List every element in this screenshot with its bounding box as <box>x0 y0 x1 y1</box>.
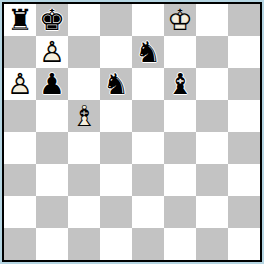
square-f4[interactable] <box>164 132 196 164</box>
black-pawn: ♟ <box>36 68 68 100</box>
square-a4[interactable] <box>4 132 36 164</box>
square-g3[interactable] <box>196 164 228 196</box>
square-e4[interactable] <box>132 132 164 164</box>
square-h3[interactable] <box>228 164 260 196</box>
square-g1[interactable] <box>196 228 228 260</box>
square-d6[interactable]: ♞ <box>100 68 132 100</box>
square-f3[interactable] <box>164 164 196 196</box>
square-f8[interactable]: ♚♔ <box>164 4 196 36</box>
square-h2[interactable] <box>228 196 260 228</box>
white-king-outline: ♔ <box>164 4 196 36</box>
square-e3[interactable] <box>132 164 164 196</box>
square-f5[interactable] <box>164 100 196 132</box>
square-b6[interactable]: ♟ <box>36 68 68 100</box>
square-e1[interactable] <box>132 228 164 260</box>
square-b1[interactable] <box>36 228 68 260</box>
square-c7[interactable] <box>68 36 100 68</box>
chess-board: ♜♚♚♔♟♙♞♟♙♟♞♝♝♗ <box>4 4 260 260</box>
black-king: ♚ <box>36 4 68 36</box>
square-g8[interactable] <box>196 4 228 36</box>
board-frame: ♜♚♚♔♟♙♞♟♙♟♞♝♝♗ <box>0 0 264 264</box>
square-b7[interactable]: ♟♙ <box>36 36 68 68</box>
square-h1[interactable] <box>228 228 260 260</box>
square-a8[interactable]: ♜ <box>4 4 36 36</box>
square-e2[interactable] <box>132 196 164 228</box>
white-bishop-outline: ♗ <box>68 100 100 132</box>
square-h7[interactable] <box>228 36 260 68</box>
square-c8[interactable] <box>68 4 100 36</box>
square-h8[interactable] <box>228 4 260 36</box>
square-d8[interactable] <box>100 4 132 36</box>
square-e6[interactable] <box>132 68 164 100</box>
square-b3[interactable] <box>36 164 68 196</box>
square-g6[interactable] <box>196 68 228 100</box>
white-bishop: ♝♗ <box>68 100 100 132</box>
square-d4[interactable] <box>100 132 132 164</box>
square-c1[interactable] <box>68 228 100 260</box>
black-knight: ♞ <box>100 68 132 100</box>
square-d3[interactable] <box>100 164 132 196</box>
black-knight: ♞ <box>132 36 164 68</box>
square-a5[interactable] <box>4 100 36 132</box>
square-g5[interactable] <box>196 100 228 132</box>
square-b4[interactable] <box>36 132 68 164</box>
white-pawn: ♟♙ <box>4 68 36 100</box>
square-h6[interactable] <box>228 68 260 100</box>
square-g4[interactable] <box>196 132 228 164</box>
black-rook: ♜ <box>4 4 36 36</box>
square-f6[interactable]: ♝ <box>164 68 196 100</box>
square-a7[interactable] <box>4 36 36 68</box>
square-h4[interactable] <box>228 132 260 164</box>
white-pawn-outline: ♙ <box>36 36 68 68</box>
square-a2[interactable] <box>4 196 36 228</box>
square-a1[interactable] <box>4 228 36 260</box>
black-bishop: ♝ <box>164 68 196 100</box>
square-d5[interactable] <box>100 100 132 132</box>
board-border: ♜♚♚♔♟♙♞♟♙♟♞♝♝♗ <box>2 2 262 262</box>
square-c2[interactable] <box>68 196 100 228</box>
square-e5[interactable] <box>132 100 164 132</box>
square-c3[interactable] <box>68 164 100 196</box>
white-pawn: ♟♙ <box>36 36 68 68</box>
square-e7[interactable]: ♞ <box>132 36 164 68</box>
square-g7[interactable] <box>196 36 228 68</box>
square-e8[interactable] <box>132 4 164 36</box>
square-b2[interactable] <box>36 196 68 228</box>
square-f7[interactable] <box>164 36 196 68</box>
square-c4[interactable] <box>68 132 100 164</box>
square-d1[interactable] <box>100 228 132 260</box>
square-b8[interactable]: ♚ <box>36 4 68 36</box>
white-king: ♚♔ <box>164 4 196 36</box>
square-h5[interactable] <box>228 100 260 132</box>
square-d2[interactable] <box>100 196 132 228</box>
square-a6[interactable]: ♟♙ <box>4 68 36 100</box>
square-b5[interactable] <box>36 100 68 132</box>
square-a3[interactable] <box>4 164 36 196</box>
square-c5[interactable]: ♝♗ <box>68 100 100 132</box>
square-c6[interactable] <box>68 68 100 100</box>
white-pawn-outline: ♙ <box>4 68 36 100</box>
square-f2[interactable] <box>164 196 196 228</box>
square-f1[interactable] <box>164 228 196 260</box>
square-d7[interactable] <box>100 36 132 68</box>
square-g2[interactable] <box>196 196 228 228</box>
